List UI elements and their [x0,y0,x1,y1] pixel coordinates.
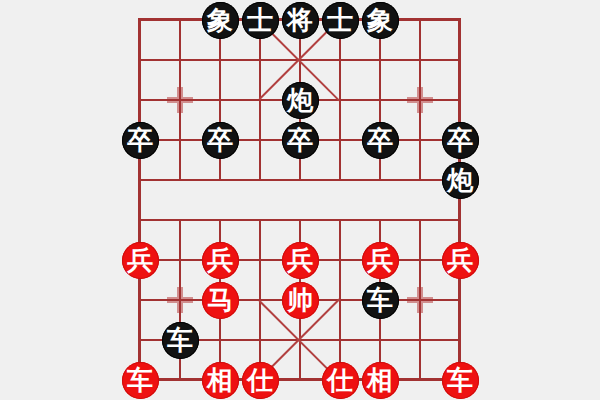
piece-red-soldier[interactable]: 兵 [282,242,319,279]
cannon-point-bracket [167,301,179,313]
piece-red-advisor[interactable]: 仕 [242,362,279,399]
piece-black-soldier[interactable]: 卒 [442,122,479,159]
xiangqi-app: 象士将士象炮卒卒卒卒卒炮车车兵兵兵兵兵马帅车相仕仕相车 [0,0,600,400]
piece-red-advisor[interactable]: 仕 [322,362,359,399]
cannon-point-bracket [167,287,179,299]
cannon-point-bracket [181,87,193,99]
piece-black-soldier[interactable]: 卒 [202,122,239,159]
piece-black-cannon[interactable]: 炮 [282,82,319,119]
piece-black-soldier[interactable]: 卒 [282,122,319,159]
cannon-point-bracket [181,301,193,313]
xiangqi-board: 象士将士象炮卒卒卒卒卒炮车车兵兵兵兵兵马帅车相仕仕相车 [0,0,600,400]
piece-red-elephant[interactable]: 相 [202,362,239,399]
piece-red-soldier[interactable]: 兵 [122,242,159,279]
piece-black-elephant[interactable]: 象 [202,2,239,39]
cannon-point-bracket [167,101,179,113]
piece-black-cannon[interactable]: 炮 [442,162,479,199]
piece-black-advisor[interactable]: 士 [322,2,359,39]
piece-black-chariot[interactable]: 车 [362,282,399,319]
piece-red-chariot[interactable]: 车 [442,362,479,399]
cannon-point-bracket [407,301,419,313]
cannon-point-bracket [421,287,433,299]
piece-red-soldier[interactable]: 兵 [202,242,239,279]
piece-black-soldier[interactable]: 卒 [362,122,399,159]
cannon-point-bracket [421,101,433,113]
cannon-point-bracket [407,87,419,99]
cannon-point-bracket [407,101,419,113]
piece-black-general[interactable]: 将 [282,2,319,39]
piece-red-chariot[interactable]: 车 [122,362,159,399]
cannon-point-bracket [181,287,193,299]
piece-red-elephant[interactable]: 相 [362,362,399,399]
piece-red-soldier[interactable]: 兵 [442,242,479,279]
piece-red-horse[interactable]: 马 [202,282,239,319]
piece-red-soldier[interactable]: 兵 [362,242,399,279]
cannon-point-bracket [181,101,193,113]
cannon-point-marker [407,287,433,313]
piece-red-general[interactable]: 帅 [282,282,319,319]
cannon-point-marker [167,287,193,313]
cannon-point-marker [407,87,433,113]
piece-black-advisor[interactable]: 士 [242,2,279,39]
cannon-point-bracket [407,287,419,299]
piece-black-chariot[interactable]: 车 [162,322,199,359]
cannon-point-bracket [421,301,433,313]
piece-black-elephant[interactable]: 象 [362,2,399,39]
piece-black-soldier[interactable]: 卒 [122,122,159,159]
cannon-point-bracket [421,87,433,99]
cannon-point-bracket [167,87,179,99]
cannon-point-marker [167,87,193,113]
